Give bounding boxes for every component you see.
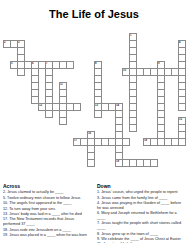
grid-cell[interactable] bbox=[178, 138, 186, 146]
clue-item: 3. Jesus came from the family line of __… bbox=[97, 195, 185, 200]
across-list: 2. Jesus claimed to actually be ____5. T… bbox=[3, 190, 91, 237]
grid-cell[interactable] bbox=[59, 117, 67, 125]
grid-cell[interactable] bbox=[94, 110, 102, 118]
clue-item: 4. Jesus was praying in the Garden of __… bbox=[97, 200, 185, 209]
grid-cell[interactable] bbox=[87, 159, 95, 167]
clue-number: 13 bbox=[95, 104, 98, 107]
clue-number: 18 bbox=[144, 139, 147, 142]
grid-cell[interactable] bbox=[150, 159, 158, 167]
grid-cell[interactable] bbox=[122, 138, 130, 146]
clue-number: 16 bbox=[88, 132, 91, 135]
down-clues: Down 1. Jesus' cousin, who urged the peo… bbox=[97, 183, 185, 243]
clue-item: 12. To turn away from your sins bbox=[3, 206, 91, 211]
clue-item: 9. We celebrate the ____ of Jesus Christ… bbox=[97, 236, 185, 241]
grid-cell[interactable] bbox=[45, 110, 53, 118]
clue-number: 14 bbox=[116, 104, 119, 107]
grid-cell[interactable] bbox=[129, 124, 137, 132]
clue-number: 17 bbox=[74, 139, 77, 142]
clue-item: 6. Mary and Joseph returned to Bethlehem… bbox=[97, 211, 185, 220]
clue-item: 13. Jesus' body was laid in a ____ after… bbox=[3, 211, 91, 216]
clue-number: 1 bbox=[130, 34, 132, 37]
grid-cell[interactable] bbox=[17, 68, 25, 76]
across-header: Across bbox=[3, 183, 91, 189]
clue-item: 7. Jesus taught the people with short st… bbox=[97, 221, 185, 230]
down-header: Down bbox=[97, 183, 185, 189]
clue-item: 19. Jesus was placed in a ____ when he w… bbox=[3, 232, 91, 237]
clue-number: 10 bbox=[123, 69, 126, 72]
clue-number: 6 bbox=[32, 62, 34, 65]
grid-cell[interactable] bbox=[66, 61, 74, 69]
clue-item: 5. Twelve ordinary men chosen to follow … bbox=[3, 195, 91, 200]
clue-item: 18. Jesus rode into Jerusalem on a ____ bbox=[3, 227, 91, 232]
down-list: 1. Jesus' cousin, who urged the people t… bbox=[97, 190, 185, 243]
clue-number: 8 bbox=[95, 62, 97, 65]
grid-cell[interactable] bbox=[178, 103, 186, 111]
clue-section: Across 2. Jesus claimed to actually be _… bbox=[0, 183, 188, 243]
clue-item: 10. The angels first appeared to the ___… bbox=[3, 200, 91, 205]
crossword-worksheet: The Life of Jesus 1234567891011121314151… bbox=[0, 0, 188, 243]
clue-number: 7 bbox=[46, 62, 48, 65]
clue-number: 15 bbox=[179, 118, 182, 121]
across-clues: Across 2. Jesus claimed to actually be _… bbox=[3, 183, 91, 243]
clue-number: 9 bbox=[158, 62, 160, 65]
clue-number: 5 bbox=[11, 62, 13, 65]
crossword-grid: 12345678910111213141516171819 bbox=[3, 33, 186, 167]
clue-item: 2. Jesus claimed to actually be ____ bbox=[3, 190, 91, 195]
clue-item: 17. The New Testament records that Jesus… bbox=[3, 217, 91, 226]
clue-item: 8. Jesus grew up in the town of ____ bbox=[97, 231, 185, 236]
clue-number: 19 bbox=[116, 160, 119, 163]
clue-number: 12 bbox=[39, 104, 42, 107]
clue-number: 2 bbox=[4, 41, 6, 44]
grid-cell[interactable] bbox=[73, 103, 81, 111]
clue-item: 1. Jesus' cousin, who urged the people t… bbox=[97, 190, 185, 195]
page-title: The Life of Jesus bbox=[0, 8, 188, 21]
clue-number: 4 bbox=[179, 41, 181, 44]
clue-number: 3 bbox=[18, 41, 20, 44]
clue-number: 11 bbox=[60, 83, 63, 86]
